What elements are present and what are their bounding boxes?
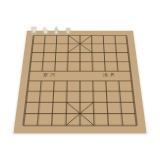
board-intersection[interactable]: ♜ bbox=[27, 31, 40, 39]
board-intersection[interactable]: ♛ bbox=[62, 31, 74, 39]
board-perspective-wrap: 楚河 漢界 ♜♞♝♛ bbox=[21, 8, 139, 144]
board-intersection[interactable]: ♝ bbox=[51, 31, 63, 39]
river-text-left: 楚河 bbox=[43, 72, 57, 76]
board-intersection[interactable]: ♞ bbox=[39, 31, 51, 39]
board-grid: ♜♞♝♛ bbox=[13, 31, 146, 133]
piece-silver-elephant[interactable]: ♝ bbox=[53, 26, 61, 35]
piece-silver-horse[interactable]: ♞ bbox=[41, 26, 49, 35]
river-text-right: 漢界 bbox=[103, 72, 117, 76]
piece-silver-chariot[interactable]: ♜ bbox=[30, 26, 38, 35]
piece-silver-advisor[interactable]: ♛ bbox=[65, 27, 72, 35]
photo-backdrop: 楚河 漢界 ♜♞♝♛ bbox=[0, 0, 160, 160]
xiangqi-board: 楚河 漢界 ♜♞♝♛ bbox=[13, 31, 146, 133]
